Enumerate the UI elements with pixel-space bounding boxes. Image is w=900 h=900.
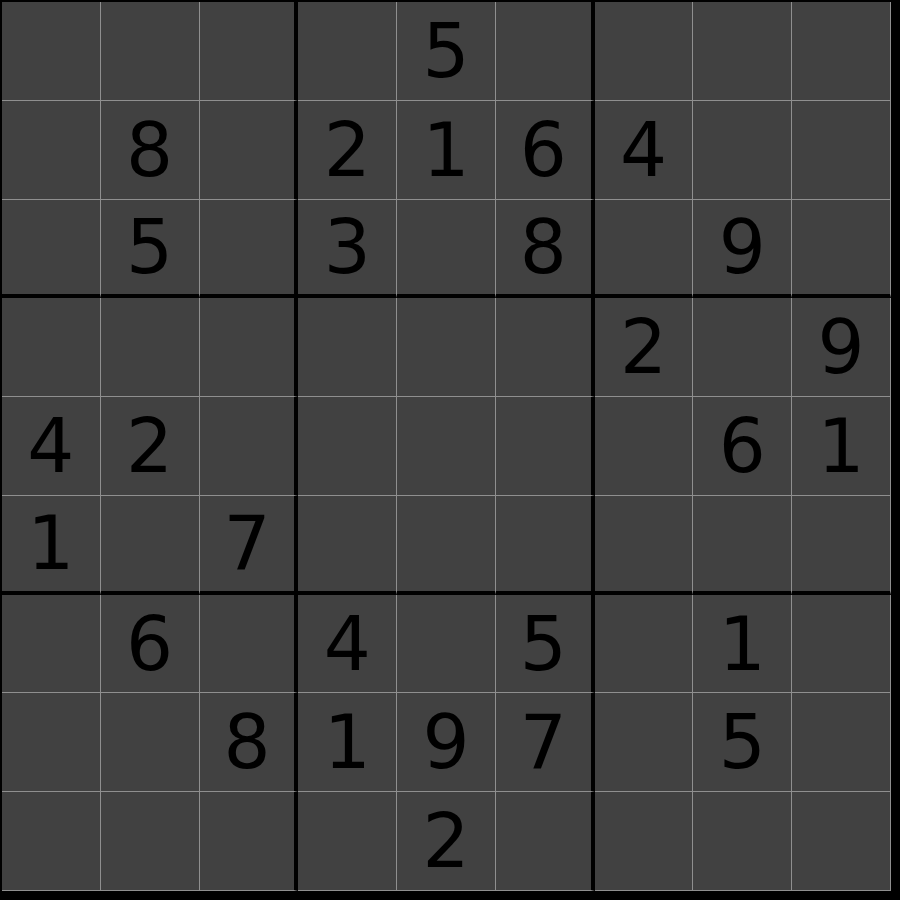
cell-r8c7-empty[interactable] [595, 693, 694, 792]
cell-r6c5-empty[interactable] [397, 496, 496, 595]
cell-r4c7-given-2[interactable]: 2 [595, 298, 694, 397]
cell-r3c1-empty[interactable] [2, 200, 101, 299]
cell-r1c1-empty[interactable] [2, 2, 101, 101]
cell-r2c8-empty[interactable] [693, 101, 792, 200]
cell-r8c8-given-5[interactable]: 5 [693, 693, 792, 792]
cell-r6c7-empty[interactable] [595, 496, 694, 595]
cell-r2c5-given-1[interactable]: 1 [397, 101, 496, 200]
cell-r1c4-empty[interactable] [298, 2, 397, 101]
cell-r7c2-given-6[interactable]: 6 [101, 595, 200, 694]
cell-r2c3-empty[interactable] [200, 101, 299, 200]
cell-r9c7-empty[interactable] [595, 792, 694, 891]
cell-r5c7-empty[interactable] [595, 397, 694, 496]
cell-r1c7-empty[interactable] [595, 2, 694, 101]
cell-r3c9-empty[interactable] [792, 200, 891, 299]
cell-r3c4-given-3[interactable]: 3 [298, 200, 397, 299]
cell-r1c9-empty[interactable] [792, 2, 891, 101]
cell-r3c8-given-9[interactable]: 9 [693, 200, 792, 299]
cell-r9c2-empty[interactable] [101, 792, 200, 891]
cell-r2c4-given-2[interactable]: 2 [298, 101, 397, 200]
cell-r1c3-empty[interactable] [200, 2, 299, 101]
cell-r5c5-empty[interactable] [397, 397, 496, 496]
cell-r4c5-empty[interactable] [397, 298, 496, 397]
cell-r8c1-empty[interactable] [2, 693, 101, 792]
cell-r9c4-empty[interactable] [298, 792, 397, 891]
cell-r7c8-given-1[interactable]: 1 [693, 595, 792, 694]
sudoku-board: 5821645389294261176451819752 [0, 0, 893, 893]
cell-r5c3-empty[interactable] [200, 397, 299, 496]
cell-r5c1-given-4[interactable]: 4 [2, 397, 101, 496]
cell-r1c8-empty[interactable] [693, 2, 792, 101]
cell-r1c2-empty[interactable] [101, 2, 200, 101]
cell-r9c9-empty[interactable] [792, 792, 891, 891]
cell-r1c6-empty[interactable] [496, 2, 595, 101]
cell-r3c7-empty[interactable] [595, 200, 694, 299]
cell-r2c7-given-4[interactable]: 4 [595, 101, 694, 200]
cell-r3c5-empty[interactable] [397, 200, 496, 299]
cell-r2c6-given-6[interactable]: 6 [496, 101, 595, 200]
cell-r3c6-given-8[interactable]: 8 [496, 200, 595, 299]
cell-r6c2-empty[interactable] [101, 496, 200, 595]
cell-r8c2-empty[interactable] [101, 693, 200, 792]
cell-r8c5-given-9[interactable]: 9 [397, 693, 496, 792]
cell-r6c9-empty[interactable] [792, 496, 891, 595]
cell-r4c3-empty[interactable] [200, 298, 299, 397]
cell-r7c5-empty[interactable] [397, 595, 496, 694]
cell-r9c6-empty[interactable] [496, 792, 595, 891]
cell-r3c3-empty[interactable] [200, 200, 299, 299]
cell-r1c5-given-5[interactable]: 5 [397, 2, 496, 101]
cell-r6c8-empty[interactable] [693, 496, 792, 595]
cell-r9c8-empty[interactable] [693, 792, 792, 891]
cell-r7c7-empty[interactable] [595, 595, 694, 694]
cell-r5c2-given-2[interactable]: 2 [101, 397, 200, 496]
cell-r5c9-given-1[interactable]: 1 [792, 397, 891, 496]
cell-r8c9-empty[interactable] [792, 693, 891, 792]
cell-r9c1-empty[interactable] [2, 792, 101, 891]
cell-r5c8-given-6[interactable]: 6 [693, 397, 792, 496]
cell-r7c9-empty[interactable] [792, 595, 891, 694]
cell-r4c1-empty[interactable] [2, 298, 101, 397]
cell-r7c4-given-4[interactable]: 4 [298, 595, 397, 694]
cell-r4c4-empty[interactable] [298, 298, 397, 397]
cell-r6c3-given-7[interactable]: 7 [200, 496, 299, 595]
cell-r9c5-given-2[interactable]: 2 [397, 792, 496, 891]
cell-r6c4-empty[interactable] [298, 496, 397, 595]
cell-r2c2-given-8[interactable]: 8 [101, 101, 200, 200]
cell-r7c3-empty[interactable] [200, 595, 299, 694]
cell-r6c1-given-1[interactable]: 1 [2, 496, 101, 595]
cell-r9c3-empty[interactable] [200, 792, 299, 891]
cell-r2c9-empty[interactable] [792, 101, 891, 200]
cell-r2c1-empty[interactable] [2, 101, 101, 200]
cell-r4c8-empty[interactable] [693, 298, 792, 397]
cell-r6c6-empty[interactable] [496, 496, 595, 595]
cell-r8c4-given-1[interactable]: 1 [298, 693, 397, 792]
cell-r4c9-given-9[interactable]: 9 [792, 298, 891, 397]
cell-r5c4-empty[interactable] [298, 397, 397, 496]
cell-r4c2-empty[interactable] [101, 298, 200, 397]
cell-r3c2-given-5[interactable]: 5 [101, 200, 200, 299]
cell-r4c6-empty[interactable] [496, 298, 595, 397]
cell-r8c3-given-8[interactable]: 8 [200, 693, 299, 792]
cell-r7c1-empty[interactable] [2, 595, 101, 694]
cell-r8c6-given-7[interactable]: 7 [496, 693, 595, 792]
cell-r7c6-given-5[interactable]: 5 [496, 595, 595, 694]
cell-r5c6-empty[interactable] [496, 397, 595, 496]
